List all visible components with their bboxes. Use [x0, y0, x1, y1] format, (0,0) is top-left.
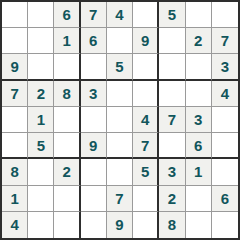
cell-r9c9-empty[interactable] — [212, 212, 238, 238]
cell-r2c7-empty[interactable] — [159, 28, 185, 54]
cell-r1c3-given: 6 — [54, 2, 80, 28]
cell-r9c7-given: 8 — [159, 212, 185, 238]
cell-r9c8-empty[interactable] — [186, 212, 212, 238]
cell-r2c8-given: 2 — [186, 28, 212, 54]
cell-r7c6-given: 5 — [133, 159, 159, 185]
cell-r9c6-empty[interactable] — [133, 212, 159, 238]
cell-r8c7-given: 2 — [159, 186, 185, 212]
cell-r7c2-empty[interactable] — [28, 159, 54, 185]
cell-r4c2-given: 2 — [28, 81, 54, 107]
cell-r4c8-empty[interactable] — [186, 81, 212, 107]
cell-r8c9-given: 6 — [212, 186, 238, 212]
cell-r2c4-given: 6 — [81, 28, 107, 54]
cell-r3c8-empty[interactable] — [186, 54, 212, 80]
cell-r2c6-given: 9 — [133, 28, 159, 54]
cell-r9c5-given: 9 — [107, 212, 133, 238]
cell-r4c1-given: 7 — [2, 81, 28, 107]
cell-r3c7-empty[interactable] — [159, 54, 185, 80]
cell-r2c5-empty[interactable] — [107, 28, 133, 54]
cell-r7c4-empty[interactable] — [81, 159, 107, 185]
cell-r6c1-empty[interactable] — [2, 133, 28, 159]
cell-r5c9-empty[interactable] — [212, 107, 238, 133]
cell-r7c3-given: 2 — [54, 159, 80, 185]
cell-r5c7-given: 7 — [159, 107, 185, 133]
cell-r3c5-given: 5 — [107, 54, 133, 80]
cell-r7c8-given: 1 — [186, 159, 212, 185]
cell-r2c3-given: 1 — [54, 28, 80, 54]
cell-r3c6-empty[interactable] — [133, 54, 159, 80]
cell-r4c7-empty[interactable] — [159, 81, 185, 107]
cell-r3c1-given: 9 — [2, 54, 28, 80]
cell-r8c8-empty[interactable] — [186, 186, 212, 212]
cell-r6c6-given: 7 — [133, 133, 159, 159]
cell-r1c2-empty[interactable] — [28, 2, 54, 28]
cell-r6c3-empty[interactable] — [54, 133, 80, 159]
cell-r6c8-given: 6 — [186, 133, 212, 159]
cell-r3c2-empty[interactable] — [28, 54, 54, 80]
cell-r5c8-given: 3 — [186, 107, 212, 133]
cell-r5c5-empty[interactable] — [107, 107, 133, 133]
cell-r6c4-given: 9 — [81, 133, 107, 159]
cell-r5c2-given: 1 — [28, 107, 54, 133]
cell-r1c6-empty[interactable] — [133, 2, 159, 28]
cell-r1c9-empty[interactable] — [212, 2, 238, 28]
cell-r9c2-empty[interactable] — [28, 212, 54, 238]
cell-r9c3-empty[interactable] — [54, 212, 80, 238]
cell-r4c9-given: 4 — [212, 81, 238, 107]
cell-r6c9-empty[interactable] — [212, 133, 238, 159]
cell-r1c1-empty[interactable] — [2, 2, 28, 28]
cell-r1c8-empty[interactable] — [186, 2, 212, 28]
cell-r5c1-empty[interactable] — [2, 107, 28, 133]
cell-r7c5-empty[interactable] — [107, 159, 133, 185]
cell-r8c1-given: 1 — [2, 186, 28, 212]
cell-r8c4-empty[interactable] — [81, 186, 107, 212]
cell-r9c1-given: 4 — [2, 212, 28, 238]
cell-r7c9-empty[interactable] — [212, 159, 238, 185]
cell-r1c7-given: 5 — [159, 2, 185, 28]
cell-r1c5-given: 4 — [107, 2, 133, 28]
cell-r6c5-empty[interactable] — [107, 133, 133, 159]
cell-r7c7-given: 3 — [159, 159, 185, 185]
cell-r6c2-given: 5 — [28, 133, 54, 159]
cell-r9c4-empty[interactable] — [81, 212, 107, 238]
cell-r6c7-empty[interactable] — [159, 133, 185, 159]
cell-r4c5-empty[interactable] — [107, 81, 133, 107]
cell-r3c3-empty[interactable] — [54, 54, 80, 80]
cell-r3c4-empty[interactable] — [81, 54, 107, 80]
cell-r5c4-empty[interactable] — [81, 107, 107, 133]
cell-r8c5-given: 7 — [107, 186, 133, 212]
cell-r8c6-empty[interactable] — [133, 186, 159, 212]
cell-r5c6-given: 4 — [133, 107, 159, 133]
cell-r8c3-empty[interactable] — [54, 186, 80, 212]
cell-r2c9-given: 7 — [212, 28, 238, 54]
cell-r4c6-empty[interactable] — [133, 81, 159, 107]
cell-r2c2-empty[interactable] — [28, 28, 54, 54]
cell-r3c9-given: 3 — [212, 54, 238, 80]
cell-r5c3-empty[interactable] — [54, 107, 80, 133]
cell-r8c2-empty[interactable] — [28, 186, 54, 212]
cell-r4c4-given: 3 — [81, 81, 107, 107]
sudoku-board: 6745169279537283414735976825311726498 — [0, 0, 240, 240]
cell-r1c4-given: 7 — [81, 2, 107, 28]
cell-r4c3-given: 8 — [54, 81, 80, 107]
cell-r7c1-given: 8 — [2, 159, 28, 185]
cell-r2c1-empty[interactable] — [2, 28, 28, 54]
